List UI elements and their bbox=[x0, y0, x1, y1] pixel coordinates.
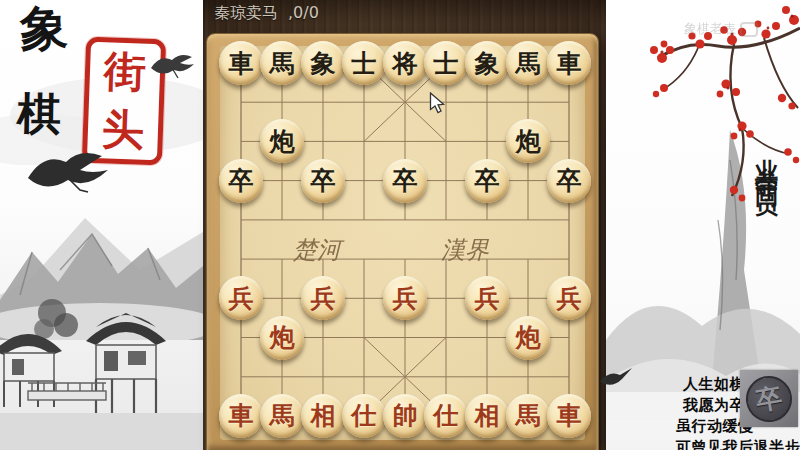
piece-glyph: 象 bbox=[311, 51, 336, 76]
piece-glyph: 車 bbox=[557, 403, 582, 428]
seal-char-1: 街 bbox=[103, 43, 147, 100]
stone-pawn-disc: 卒 bbox=[742, 372, 795, 425]
piece-glyph: 車 bbox=[229, 51, 254, 76]
piece-glyph: 卒 bbox=[475, 168, 500, 193]
piece-black-象[interactable]: 象 bbox=[465, 41, 509, 85]
piece-black-士[interactable]: 士 bbox=[424, 41, 468, 85]
piece-red-炮[interactable]: 炮 bbox=[506, 316, 550, 360]
piece-black-卒[interactable]: 卒 bbox=[301, 159, 345, 203]
move-counter: ,0/0 bbox=[288, 3, 319, 22]
watermark-logo-icon bbox=[740, 22, 758, 37]
piece-black-馬[interactable]: 馬 bbox=[260, 41, 304, 85]
piece-glyph: 卒 bbox=[311, 168, 336, 193]
piece-glyph: 兵 bbox=[311, 286, 336, 311]
piece-black-炮[interactable]: 炮 bbox=[260, 119, 304, 163]
piece-glyph: 相 bbox=[311, 403, 336, 428]
piece-glyph: 馬 bbox=[516, 403, 541, 428]
piece-black-士[interactable]: 士 bbox=[342, 41, 386, 85]
xiangqi-board[interactable]: 楚河 漢界 車馬象士将士象馬車炮炮卒卒卒卒卒兵兵兵兵兵炮炮車馬相仕帥仕相馬車 bbox=[206, 33, 599, 450]
piece-glyph: 象 bbox=[475, 51, 500, 76]
piece-glyph: 炮 bbox=[270, 129, 295, 154]
piece-glyph: 炮 bbox=[516, 325, 541, 350]
board-grid bbox=[207, 34, 598, 450]
piece-glyph: 将 bbox=[393, 51, 418, 76]
piece-black-将[interactable]: 将 bbox=[383, 41, 427, 85]
stone-pawn-char: 卒 bbox=[753, 379, 785, 418]
piece-black-卒[interactable]: 卒 bbox=[219, 159, 263, 203]
piece-glyph: 仕 bbox=[434, 403, 459, 428]
piece-red-炮[interactable]: 炮 bbox=[260, 316, 304, 360]
piece-black-車[interactable]: 車 bbox=[547, 41, 591, 85]
river-label-right: 漢界 bbox=[441, 234, 513, 266]
piece-glyph: 兵 bbox=[393, 286, 418, 311]
piece-black-卒[interactable]: 卒 bbox=[465, 159, 509, 203]
piece-glyph: 炮 bbox=[270, 325, 295, 350]
piece-glyph: 馬 bbox=[516, 51, 541, 76]
piece-glyph: 卒 bbox=[557, 168, 582, 193]
piece-glyph: 兵 bbox=[229, 286, 254, 311]
piece-glyph: 帥 bbox=[393, 403, 418, 428]
piece-red-相[interactable]: 相 bbox=[301, 394, 345, 438]
piece-glyph: 兵 bbox=[557, 286, 582, 311]
stone-pawn-photo: 卒 bbox=[740, 370, 798, 427]
piece-red-仕[interactable]: 仕 bbox=[424, 394, 468, 438]
piece-glyph: 卒 bbox=[229, 168, 254, 193]
piece-red-車[interactable]: 車 bbox=[219, 394, 263, 438]
piece-glyph: 兵 bbox=[475, 286, 500, 311]
piece-glyph: 馬 bbox=[270, 51, 295, 76]
puzzle-title: 秦琼卖马 bbox=[214, 3, 278, 24]
app-window: 象 棋 街 头 bbox=[0, 0, 800, 450]
piece-red-馬[interactable]: 馬 bbox=[260, 394, 304, 438]
river-label-left: 楚河 bbox=[293, 234, 365, 266]
piece-glyph: 士 bbox=[352, 51, 377, 76]
left-mountains-art bbox=[0, 200, 203, 340]
puzzle-titlebar: 秦琼卖马 ,0/0 bbox=[214, 3, 319, 24]
mouse-cursor-icon bbox=[429, 92, 446, 115]
piece-red-帥[interactable]: 帥 bbox=[383, 394, 427, 438]
piece-black-炮[interactable]: 炮 bbox=[506, 119, 550, 163]
piece-red-兵[interactable]: 兵 bbox=[383, 276, 427, 320]
piece-glyph: 炮 bbox=[516, 129, 541, 154]
piece-glyph: 車 bbox=[557, 51, 582, 76]
seal-char-2: 头 bbox=[101, 101, 145, 158]
piece-glyph: 相 bbox=[475, 403, 500, 428]
piece-red-兵[interactable]: 兵 bbox=[301, 276, 345, 320]
piece-red-兵[interactable]: 兵 bbox=[465, 276, 509, 320]
piece-glyph: 卒 bbox=[393, 168, 418, 193]
piece-black-卒[interactable]: 卒 bbox=[547, 159, 591, 203]
bird-icon bbox=[600, 366, 634, 390]
jietou-seal: 街 头 bbox=[82, 37, 166, 166]
stream-watermark: 象棋老表 bbox=[684, 20, 758, 38]
piece-black-馬[interactable]: 馬 bbox=[506, 41, 550, 85]
piece-glyph: 馬 bbox=[270, 403, 295, 428]
piece-black-車[interactable]: 車 bbox=[219, 41, 263, 85]
piece-red-仕[interactable]: 仕 bbox=[342, 394, 386, 438]
xiangqi-logo-char-1: 象 bbox=[19, 3, 69, 53]
piece-red-兵[interactable]: 兵 bbox=[547, 276, 591, 320]
piece-red-兵[interactable]: 兵 bbox=[219, 276, 263, 320]
piece-black-卒[interactable]: 卒 bbox=[383, 159, 427, 203]
piece-red-相[interactable]: 相 bbox=[465, 394, 509, 438]
piece-glyph: 仕 bbox=[352, 403, 377, 428]
vertical-motto: 业叁守門员 bbox=[752, 140, 783, 310]
piece-red-馬[interactable]: 馬 bbox=[506, 394, 550, 438]
pavilion-art bbox=[0, 295, 203, 450]
quote-line-4: 可曾见我后退半步 bbox=[676, 437, 800, 450]
xiangqi-logo-char-2: 棋 bbox=[17, 92, 62, 137]
piece-glyph: 士 bbox=[434, 51, 459, 76]
left-art-panel: 象 棋 街 头 bbox=[0, 0, 203, 450]
piece-red-車[interactable]: 車 bbox=[547, 394, 591, 438]
piece-glyph: 車 bbox=[229, 403, 254, 428]
piece-black-象[interactable]: 象 bbox=[301, 41, 345, 85]
watermark-text: 象棋老表 bbox=[684, 20, 736, 38]
